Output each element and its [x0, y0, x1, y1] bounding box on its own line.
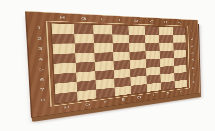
square-e1 — [111, 25, 128, 34]
rank-label-left-5: 5 — [33, 67, 50, 73]
square-d2 — [129, 34, 145, 43]
rank-label-left-2: 2 — [31, 36, 48, 41]
file-label-top-d: D — [130, 19, 143, 23]
rank-label-right-8: 8 — [189, 80, 197, 84]
rank-label-left-1: 1 — [31, 26, 48, 31]
rank-label-right-6: 6 — [189, 66, 197, 70]
rank-label-left-7: 7 — [34, 87, 50, 93]
rank-label-left-6: 6 — [34, 77, 51, 83]
square-d8 — [131, 84, 147, 94]
square-a8 — [174, 80, 187, 89]
coordinate-labels: HHGGFFEEDDCCBBAA1122334455667788 — [25, 11, 198, 20]
square-h2 — [52, 34, 74, 44]
square-b8 — [161, 81, 175, 90]
square-e8 — [114, 86, 131, 97]
file-label-top-a: A — [173, 21, 184, 25]
rank-label-left-3: 3 — [32, 47, 49, 52]
square-d1 — [128, 26, 144, 35]
square-h1 — [52, 23, 74, 33]
file-label-top-c: C — [145, 20, 157, 24]
file-label-bottom-a: A — [176, 89, 186, 94]
square-h8 — [55, 91, 77, 103]
square-a1 — [172, 27, 185, 35]
rank-label-right-2: 2 — [188, 37, 196, 40]
square-c1 — [144, 26, 159, 34]
square-g1 — [73, 24, 93, 34]
square-c2 — [144, 35, 159, 43]
chessboard-photo: HHGGFFEEDDCCBBAA1122334455667788 — [0, 0, 215, 131]
file-label-bottom-f: F — [98, 99, 113, 105]
square-g8 — [76, 89, 96, 101]
file-label-bottom-d: D — [133, 95, 146, 100]
square-b2 — [159, 35, 173, 43]
rank-label-right-7: 7 — [189, 73, 197, 77]
rank-label-right-5: 5 — [189, 59, 197, 63]
square-e2 — [112, 34, 129, 43]
file-label-bottom-g: G — [79, 102, 95, 108]
file-label-top-b: B — [160, 20, 171, 24]
rank-label-right-3: 3 — [188, 44, 196, 47]
rank-label-left-4: 4 — [32, 57, 49, 62]
square-f2 — [93, 34, 112, 43]
square-b1 — [159, 27, 173, 35]
square-g2 — [74, 34, 94, 44]
file-label-bottom-c: C — [148, 93, 160, 98]
rank-label-right-4: 4 — [188, 52, 196, 56]
file-label-top-h: H — [53, 15, 71, 20]
file-label-top-e: E — [113, 18, 127, 23]
file-label-bottom-e: E — [116, 97, 130, 103]
playing-field — [52, 23, 187, 103]
file-label-bottom-h: H — [58, 104, 76, 111]
file-label-bottom-b: B — [162, 91, 173, 96]
square-a2 — [173, 35, 186, 43]
rank-label-left-8: 8 — [35, 97, 51, 103]
square-c8 — [146, 82, 161, 92]
square-f8 — [96, 87, 114, 98]
square-f1 — [93, 25, 112, 35]
file-label-top-g: G — [75, 16, 92, 21]
rank-label-right-1: 1 — [188, 30, 196, 33]
file-label-top-f: F — [94, 17, 109, 22]
